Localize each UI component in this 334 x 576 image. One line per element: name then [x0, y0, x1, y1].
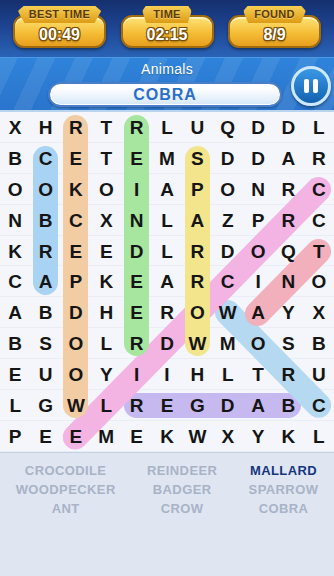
- cell-r8c10[interactable]: S: [273, 328, 303, 359]
- cell-r1c3[interactable]: R: [61, 112, 91, 143]
- cell-r3c10[interactable]: R: [273, 174, 303, 205]
- letter-grid: XHRTRLUQDDLBCETEMSDDAROOKOIAPONRCNBCXNLA…: [0, 112, 334, 452]
- cell-r10c9[interactable]: A: [243, 390, 273, 421]
- word-list-column-3: MALLARDSPARROWCOBRA: [249, 461, 319, 518]
- cell-r5c10[interactable]: Q: [273, 236, 303, 267]
- found-badge: FOUND 8/9: [228, 6, 321, 48]
- cell-r7c10[interactable]: Y: [273, 297, 303, 328]
- cell-r10c4[interactable]: L: [91, 390, 121, 421]
- cell-r10c10[interactable]: B: [273, 390, 303, 421]
- cell-r6c9[interactable]: I: [243, 267, 273, 298]
- cell-r5c11[interactable]: T: [304, 236, 334, 267]
- cell-r3c11[interactable]: C: [304, 174, 334, 205]
- time-badge: TIME 02:15: [121, 6, 214, 48]
- cell-r10c1[interactable]: L: [0, 390, 30, 421]
- cell-r5c7[interactable]: R: [182, 236, 212, 267]
- cell-r8c4[interactable]: L: [91, 328, 121, 359]
- time-label: TIME: [142, 6, 191, 23]
- cell-r4c7[interactable]: A: [182, 205, 212, 236]
- pause-icon: [304, 79, 309, 93]
- cell-r1c11[interactable]: L: [304, 112, 334, 143]
- cell-r4c5[interactable]: N: [121, 205, 151, 236]
- cell-r3c7[interactable]: P: [182, 174, 212, 205]
- cell-r7c2[interactable]: B: [30, 297, 60, 328]
- cell-r8c3[interactable]: O: [61, 328, 91, 359]
- cell-r8c6[interactable]: D: [152, 328, 182, 359]
- cell-r2c3[interactable]: E: [61, 143, 91, 174]
- cell-r7c7[interactable]: O: [182, 297, 212, 328]
- word-crocodile: CROCODILE: [25, 461, 107, 480]
- cell-r6c8[interactable]: C: [213, 267, 243, 298]
- cell-r11c1[interactable]: P: [0, 421, 30, 452]
- cell-r11c7[interactable]: W: [182, 421, 212, 452]
- word-crow: CROW: [161, 499, 204, 518]
- cell-r2c2[interactable]: C: [30, 143, 60, 174]
- cell-r5c6[interactable]: L: [152, 236, 182, 267]
- word-reindeer: REINDEER: [147, 461, 217, 480]
- cell-r7c1[interactable]: A: [0, 297, 30, 328]
- cell-r8c1[interactable]: B: [0, 328, 30, 359]
- cell-r9c9[interactable]: T: [243, 359, 273, 390]
- cell-r2c10[interactable]: A: [273, 143, 303, 174]
- cell-r2c4[interactable]: T: [91, 143, 121, 174]
- cell-r3c2[interactable]: O: [30, 174, 60, 205]
- word-list-column-2: REINDEERBADGERCROW: [147, 461, 217, 518]
- cell-r6c2[interactable]: A: [30, 267, 60, 298]
- word-mallard: MALLARD: [250, 461, 317, 480]
- cell-r1c9[interactable]: D: [243, 112, 273, 143]
- cell-r4c1[interactable]: N: [0, 205, 30, 236]
- cell-r3c3[interactable]: K: [61, 174, 91, 205]
- cell-r6c1[interactable]: C: [0, 267, 30, 298]
- cell-r5c4[interactable]: E: [91, 236, 121, 267]
- cell-r7c3[interactable]: D: [61, 297, 91, 328]
- word-cobra: COBRA: [259, 499, 309, 518]
- cell-r3c8[interactable]: O: [213, 174, 243, 205]
- cell-r8c7[interactable]: W: [182, 328, 212, 359]
- cell-r8c5[interactable]: R: [121, 328, 151, 359]
- cell-r10c7[interactable]: G: [182, 390, 212, 421]
- cell-r10c6[interactable]: E: [152, 390, 182, 421]
- best-time-badge: BEST TIME 00:49: [13, 6, 106, 48]
- cell-r7c8[interactable]: W: [213, 297, 243, 328]
- cell-r9c1[interactable]: E: [0, 359, 30, 390]
- cell-r2c7[interactable]: S: [182, 143, 212, 174]
- cell-r9c11[interactable]: U: [304, 359, 334, 390]
- current-word-pill: COBRA: [48, 82, 282, 107]
- cell-r4c8[interactable]: Z: [213, 205, 243, 236]
- cell-r2c8[interactable]: D: [213, 143, 243, 174]
- cell-r4c10[interactable]: R: [273, 205, 303, 236]
- cell-r11c6[interactable]: K: [152, 421, 182, 452]
- cell-r8c11[interactable]: B: [304, 328, 334, 359]
- cell-r3c5[interactable]: I: [121, 174, 151, 205]
- word-list: CROCODILEWOODPECKERANTREINDEERBADGERCROW…: [0, 452, 334, 576]
- board: XHRTRLUQDDLBCETEMSDDAROOKOIAPONRCNBCXNLA…: [0, 112, 334, 452]
- cell-r9c10[interactable]: R: [273, 359, 303, 390]
- cell-r7c5[interactable]: E: [121, 297, 151, 328]
- cell-r2c9[interactable]: D: [243, 143, 273, 174]
- cell-r9c2[interactable]: U: [30, 359, 60, 390]
- cell-r4c6[interactable]: L: [152, 205, 182, 236]
- cell-r6c3[interactable]: P: [61, 267, 91, 298]
- cell-r10c3[interactable]: W: [61, 390, 91, 421]
- cell-r8c9[interactable]: O: [243, 328, 273, 359]
- cell-r2c5[interactable]: E: [121, 143, 151, 174]
- cell-r7c11[interactable]: X: [304, 297, 334, 328]
- word-badger: BADGER: [153, 480, 212, 499]
- cell-r9c8[interactable]: L: [213, 359, 243, 390]
- cell-r6c4[interactable]: K: [91, 267, 121, 298]
- cell-r1c6[interactable]: L: [152, 112, 182, 143]
- cell-r6c6[interactable]: A: [152, 267, 182, 298]
- cell-r11c3[interactable]: E: [61, 421, 91, 452]
- cell-r1c5[interactable]: R: [121, 112, 151, 143]
- cell-r11c4[interactable]: M: [91, 421, 121, 452]
- cell-r9c4[interactable]: Y: [91, 359, 121, 390]
- cell-r9c7[interactable]: H: [182, 359, 212, 390]
- word-sparrow: SPARROW: [249, 480, 319, 499]
- cell-r1c7[interactable]: U: [182, 112, 212, 143]
- cell-r2c6[interactable]: M: [152, 143, 182, 174]
- word-woodpecker: WOODPECKER: [16, 480, 116, 499]
- cell-r6c5[interactable]: E: [121, 267, 151, 298]
- cell-r2c11[interactable]: R: [304, 143, 334, 174]
- cell-r11c9[interactable]: Y: [243, 421, 273, 452]
- cell-r5c2[interactable]: R: [30, 236, 60, 267]
- cell-r9c5[interactable]: I: [121, 359, 151, 390]
- cell-r4c2[interactable]: B: [30, 205, 60, 236]
- best-time-label: BEST TIME: [18, 6, 101, 23]
- cell-r5c5[interactable]: D: [121, 236, 151, 267]
- cell-r6c7[interactable]: R: [182, 267, 212, 298]
- cell-r11c5[interactable]: E: [121, 421, 151, 452]
- cell-r10c11[interactable]: C: [304, 390, 334, 421]
- cell-r10c5[interactable]: R: [121, 390, 151, 421]
- found-label: FOUND: [243, 6, 306, 23]
- cell-r8c2[interactable]: S: [30, 328, 60, 359]
- cell-r4c9[interactable]: P: [243, 205, 273, 236]
- cell-r1c8[interactable]: Q: [213, 112, 243, 143]
- cell-r7c4[interactable]: H: [91, 297, 121, 328]
- cell-r5c1[interactable]: K: [0, 236, 30, 267]
- cell-r6c10[interactable]: N: [273, 267, 303, 298]
- cell-r3c4[interactable]: O: [91, 174, 121, 205]
- current-word: COBRA: [133, 86, 197, 104]
- cell-r3c9[interactable]: N: [243, 174, 273, 205]
- cell-r7c9[interactable]: A: [243, 297, 273, 328]
- cell-r6c11[interactable]: O: [304, 267, 334, 298]
- cell-r11c11[interactable]: L: [304, 421, 334, 452]
- pause-button[interactable]: [291, 66, 331, 106]
- cell-r5c3[interactable]: E: [61, 236, 91, 267]
- cell-r9c3[interactable]: O: [61, 359, 91, 390]
- cell-r2c1[interactable]: B: [0, 143, 30, 174]
- cell-r11c10[interactable]: K: [273, 421, 303, 452]
- cell-r1c1[interactable]: X: [0, 112, 30, 143]
- cell-r1c4[interactable]: T: [91, 112, 121, 143]
- word-list-column-1: CROCODILEWOODPECKERANT: [16, 461, 116, 518]
- cell-r4c3[interactable]: C: [61, 205, 91, 236]
- cell-r7c6[interactable]: R: [152, 297, 182, 328]
- cell-r1c2[interactable]: H: [30, 112, 60, 143]
- cell-r11c2[interactable]: E: [30, 421, 60, 452]
- cell-r3c1[interactable]: O: [0, 174, 30, 205]
- pause-icon: [313, 79, 318, 93]
- cell-r3c6[interactable]: A: [152, 174, 182, 205]
- cell-r11c8[interactable]: X: [213, 421, 243, 452]
- category-title: Animals: [0, 58, 334, 77]
- cell-r10c8[interactable]: D: [213, 390, 243, 421]
- cell-r10c2[interactable]: G: [30, 390, 60, 421]
- cell-r1c10[interactable]: D: [273, 112, 303, 143]
- word-ant: ANT: [52, 499, 80, 518]
- cell-r4c4[interactable]: X: [91, 205, 121, 236]
- cell-r9c6[interactable]: I: [152, 359, 182, 390]
- cell-r4c11[interactable]: C: [304, 205, 334, 236]
- cell-r8c8[interactable]: M: [213, 328, 243, 359]
- cell-r5c8[interactable]: D: [213, 236, 243, 267]
- cell-r5c9[interactable]: O: [243, 236, 273, 267]
- stats-bar: BEST TIME 00:49 TIME 02:15 FOUND 8/9: [0, 0, 334, 57]
- category-bar: Animals COBRA: [0, 57, 334, 112]
